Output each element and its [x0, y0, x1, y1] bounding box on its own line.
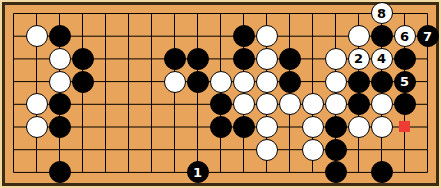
black-stone — [394, 48, 416, 70]
white-stone — [325, 48, 347, 70]
white-stone — [233, 93, 255, 115]
white-stone — [256, 139, 278, 161]
white-stone: 8 — [371, 2, 393, 24]
black-stone — [279, 48, 301, 70]
black-stone — [233, 25, 255, 47]
black-stone — [164, 48, 186, 70]
move-number-label: 7 — [423, 30, 432, 43]
white-stone — [164, 71, 186, 93]
move-number-label: 2 — [354, 52, 363, 65]
black-stone: 5 — [394, 71, 416, 93]
white-stone: 2 — [348, 48, 370, 70]
black-stone — [72, 48, 94, 70]
white-stone — [256, 48, 278, 70]
white-stone — [302, 116, 324, 138]
white-stone — [302, 93, 324, 115]
white-stone — [279, 93, 301, 115]
white-stone — [233, 71, 255, 93]
white-stone — [325, 93, 347, 115]
black-stone: 1 — [187, 161, 209, 183]
white-stone — [49, 71, 71, 93]
white-stone — [348, 25, 370, 47]
white-stone — [325, 71, 347, 93]
black-stone — [49, 93, 71, 115]
white-stone — [256, 25, 278, 47]
go-board-diagram: 8672451 — [0, 0, 441, 188]
move-number-label: 5 — [400, 75, 409, 88]
black-stone — [233, 116, 255, 138]
black-stone — [348, 71, 370, 93]
white-stone — [348, 116, 370, 138]
black-stone — [371, 161, 393, 183]
white-stone — [256, 71, 278, 93]
white-stone: 6 — [394, 25, 416, 47]
white-stone — [210, 71, 232, 93]
black-stone — [394, 93, 416, 115]
black-stone — [210, 93, 232, 115]
white-stone — [371, 93, 393, 115]
black-stone — [233, 48, 255, 70]
move-number-label: 8 — [377, 7, 386, 20]
black-stone — [49, 25, 71, 47]
black-stone — [325, 139, 347, 161]
board-grid: 8672451 — [2, 2, 439, 184]
white-stone — [26, 116, 48, 138]
black-stone — [72, 71, 94, 93]
white-stone — [256, 116, 278, 138]
black-stone — [210, 116, 232, 138]
white-stone — [256, 93, 278, 115]
black-stone — [49, 161, 71, 183]
white-stone — [49, 48, 71, 70]
black-stone — [187, 71, 209, 93]
white-stone — [26, 93, 48, 115]
white-stone: 4 — [371, 48, 393, 70]
black-stone — [371, 25, 393, 47]
white-stone — [26, 25, 48, 47]
move-number-label: 4 — [377, 52, 386, 65]
black-stone — [371, 71, 393, 93]
move-number-label: 6 — [400, 30, 409, 43]
black-stone — [187, 48, 209, 70]
red-square-marker — [399, 121, 410, 132]
black-stone — [325, 116, 347, 138]
black-stone — [279, 71, 301, 93]
black-stone: 7 — [417, 25, 439, 47]
black-stone — [325, 161, 347, 183]
black-stone — [49, 116, 71, 138]
black-stone — [348, 93, 370, 115]
move-number-label: 1 — [193, 166, 202, 179]
white-stone — [302, 139, 324, 161]
white-stone — [371, 116, 393, 138]
